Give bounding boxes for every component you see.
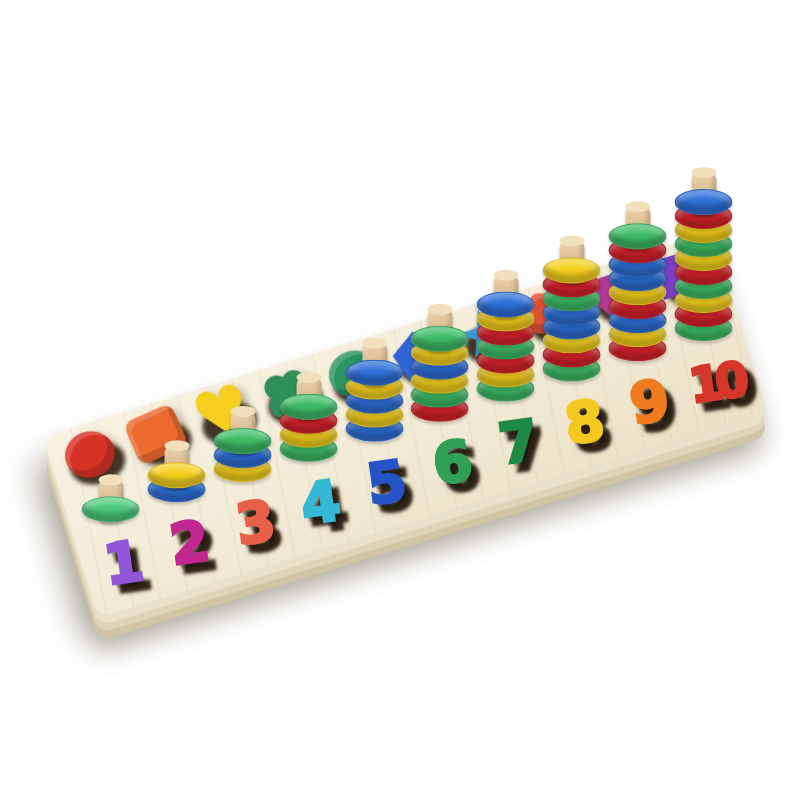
stacking-ring <box>411 326 469 352</box>
numeral-10: 10 <box>685 344 747 421</box>
numeral-group-4: 44 <box>297 466 345 541</box>
puzzle-board: 1122♥334455667788991010 <box>43 232 768 618</box>
ring-stack-2 <box>148 442 206 502</box>
ring-stack-10 <box>674 169 732 341</box>
numeral-group-6: 66 <box>428 425 476 500</box>
stacking-ring <box>608 223 666 249</box>
numeral-group-9: 99 <box>626 365 674 440</box>
ring-stack-7 <box>477 272 535 402</box>
ring-stack-9 <box>608 203 666 361</box>
numeral-group-1: 11 <box>99 526 147 601</box>
numeral-group-3: 33 <box>231 486 279 561</box>
numeral-group-5: 55 <box>363 446 411 521</box>
ring-stack-5 <box>345 340 403 442</box>
stacking-ring <box>214 428 272 454</box>
stacking-ring <box>279 394 337 420</box>
numeral-group-10: 1010 <box>685 344 747 421</box>
stacking-ring <box>477 292 535 318</box>
numeral-group-8: 88 <box>560 385 608 460</box>
product-photo-scene: 1122♥334455667788991010 <box>0 0 800 800</box>
board-columns: 1122♥334455667788991010 <box>43 232 768 618</box>
ring-stack-4 <box>279 374 337 462</box>
stacking-ring <box>674 189 732 215</box>
numeral-group-7: 77 <box>494 405 542 480</box>
numeral-group-2: 22 <box>165 506 213 581</box>
ring-stack-3 <box>214 408 272 482</box>
ring-stack-6 <box>411 306 469 422</box>
stacking-ring <box>345 360 403 386</box>
stacking-ring <box>543 257 601 283</box>
stacking-ring <box>148 462 206 488</box>
stacking-ring <box>82 496 140 522</box>
ring-stack-1 <box>82 476 140 522</box>
ring-stack-8 <box>543 237 601 381</box>
